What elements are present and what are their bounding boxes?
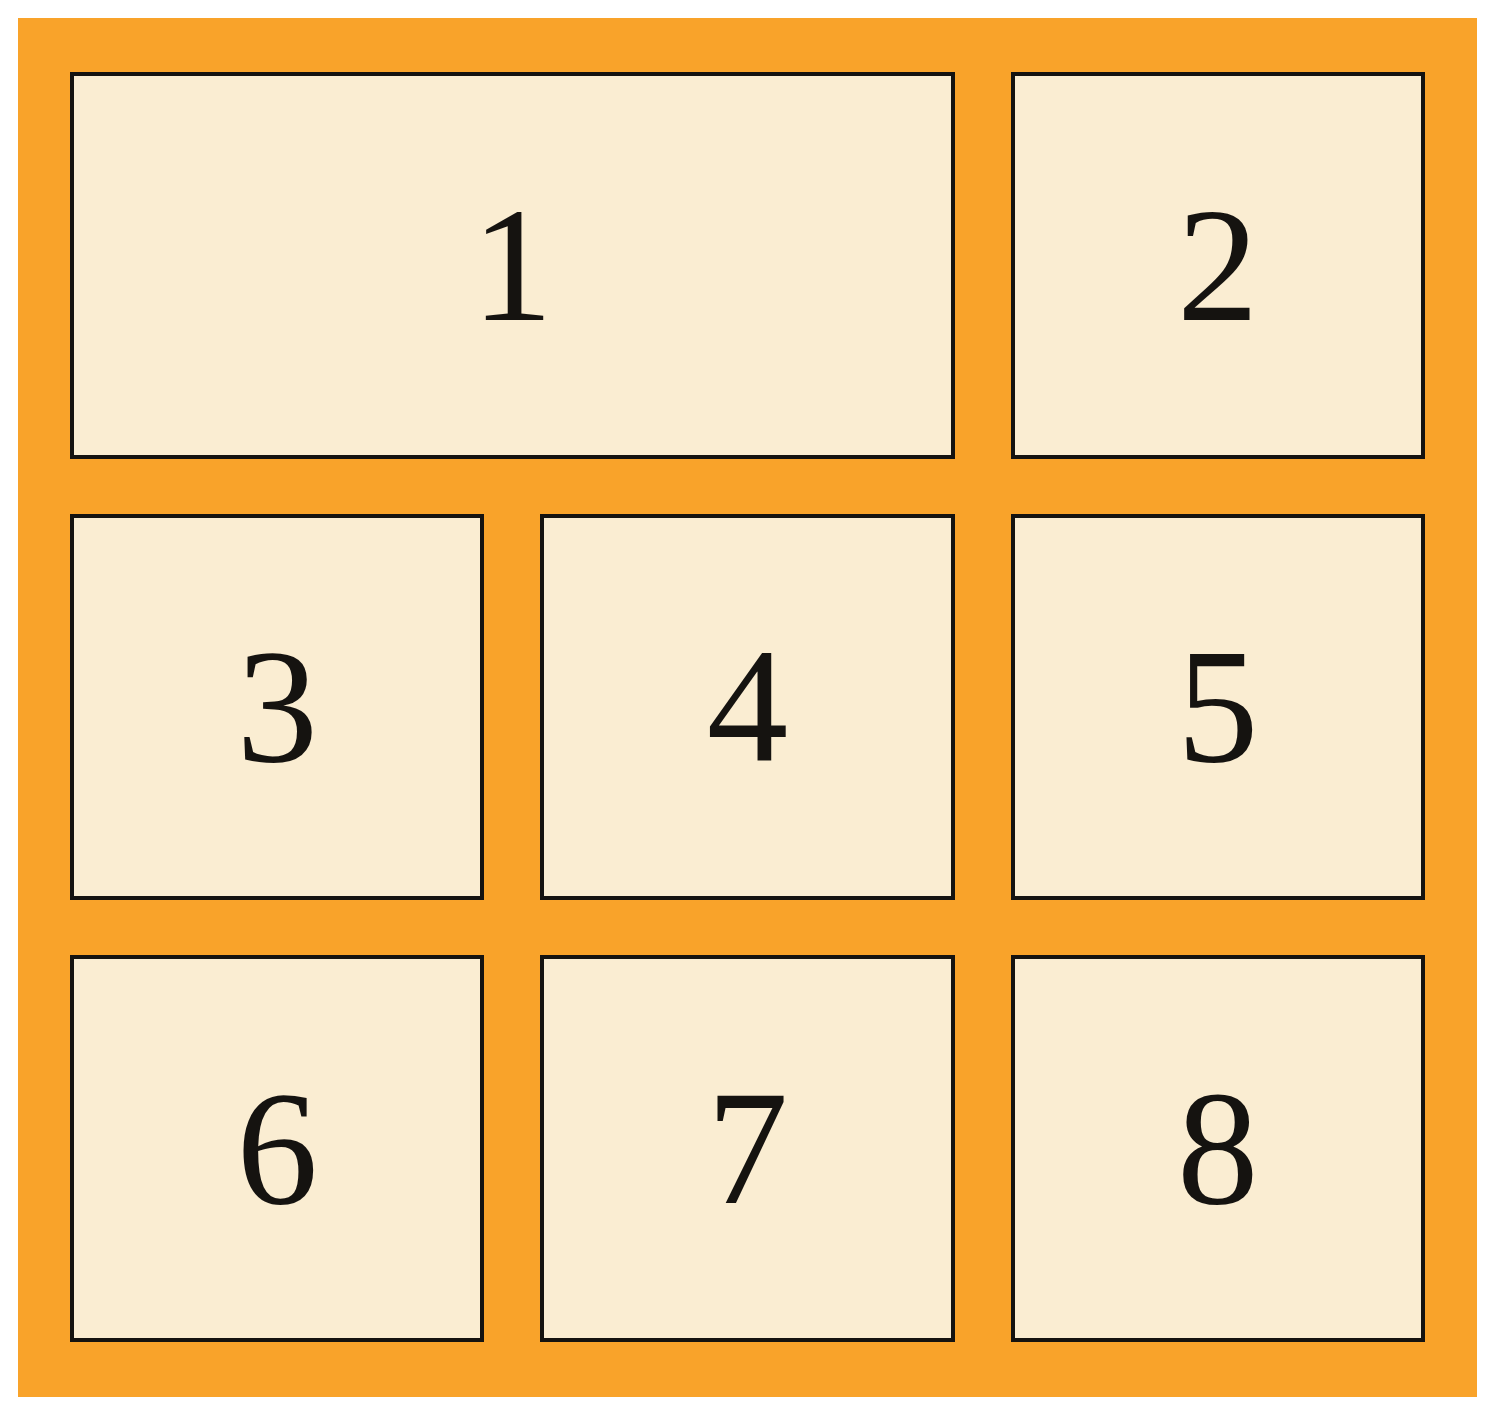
tile-5[interactable]: 5 <box>1011 514 1425 901</box>
tile-8[interactable]: 8 <box>1011 955 1425 1342</box>
puzzle-board: 1 2 3 4 5 6 7 8 <box>18 18 1477 1397</box>
tile-6[interactable]: 6 <box>70 955 484 1342</box>
tile-3[interactable]: 3 <box>70 514 484 901</box>
tile-1[interactable]: 1 <box>70 72 955 459</box>
page: 1 2 3 4 5 6 7 8 <box>0 0 1500 1424</box>
tile-2[interactable]: 2 <box>1011 72 1425 459</box>
tile-4[interactable]: 4 <box>540 514 954 901</box>
tile-7[interactable]: 7 <box>540 955 954 1342</box>
